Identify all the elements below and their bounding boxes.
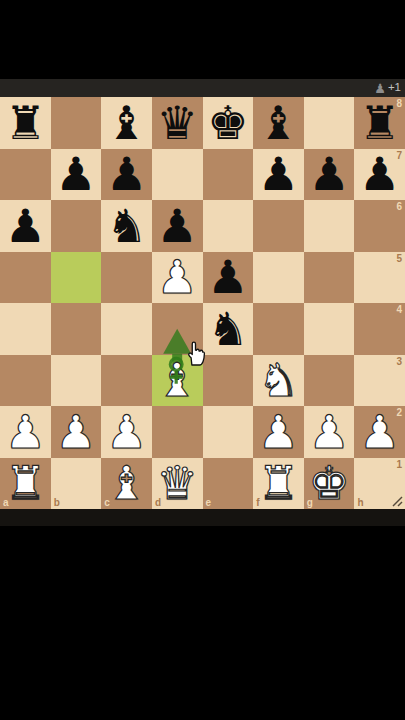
square-c8[interactable]: ♝ (101, 97, 152, 149)
square-b4[interactable] (51, 303, 102, 355)
square-d8[interactable]: ♛ (152, 97, 203, 149)
square-e2[interactable] (203, 406, 254, 458)
piece-black-bishop-f8[interactable]: ♝ (253, 97, 304, 149)
square-c6[interactable]: ♞ (101, 200, 152, 252)
piece-white-king-g1[interactable]: ♚ (304, 458, 355, 510)
piece-black-pawn-a6[interactable]: ♟ (0, 200, 51, 252)
square-g7[interactable]: ♟ (304, 149, 355, 201)
square-g1[interactable]: g♚ (304, 458, 355, 510)
square-f8[interactable]: ♝ (253, 97, 304, 149)
square-g8[interactable] (304, 97, 355, 149)
square-f7[interactable]: ♟ (253, 149, 304, 201)
piece-black-pawn-e5[interactable]: ♟ (203, 252, 254, 304)
square-e5[interactable]: ♟ (203, 252, 254, 304)
piece-white-rook-f1[interactable]: ♜ (253, 458, 304, 510)
pawn-icon: ♟ (374, 82, 386, 95)
square-g6[interactable] (304, 200, 355, 252)
square-d3[interactable]: ♝ (152, 355, 203, 407)
piece-black-pawn-g7[interactable]: ♟ (304, 149, 355, 201)
piece-white-bishop-d3[interactable]: ♝ (152, 355, 203, 407)
square-e7[interactable] (203, 149, 254, 201)
square-c4[interactable] (101, 303, 152, 355)
square-d5[interactable]: ♟ (152, 252, 203, 304)
board-resize-handle[interactable] (392, 496, 403, 507)
square-d7[interactable] (152, 149, 203, 201)
square-c2[interactable]: ♟ (101, 406, 152, 458)
square-a1[interactable]: a♜ (0, 458, 51, 510)
piece-white-queen-d1[interactable]: ♛ (152, 458, 203, 510)
square-e3[interactable] (203, 355, 254, 407)
piece-black-pawn-d6[interactable]: ♟ (152, 200, 203, 252)
piece-black-queen-d8[interactable]: ♛ (152, 97, 203, 149)
square-g5[interactable] (304, 252, 355, 304)
piece-black-rook-h8[interactable]: ♜ (354, 97, 405, 149)
square-h7[interactable]: 7♟ (354, 149, 405, 201)
square-c5[interactable] (101, 252, 152, 304)
square-f3[interactable]: ♞ (253, 355, 304, 407)
piece-white-knight-f3[interactable]: ♞ (253, 355, 304, 407)
square-e1[interactable]: e (203, 458, 254, 510)
square-a5[interactable] (0, 252, 51, 304)
square-h8[interactable]: 8♜ (354, 97, 405, 149)
square-b8[interactable] (51, 97, 102, 149)
square-g2[interactable]: ♟ (304, 406, 355, 458)
square-e4[interactable]: ♞ (203, 303, 254, 355)
square-f6[interactable] (253, 200, 304, 252)
file-label-h: h (357, 497, 363, 508)
square-f4[interactable] (253, 303, 304, 355)
piece-black-pawn-c7[interactable]: ♟ (101, 149, 152, 201)
rank-label-4: 4 (396, 304, 402, 315)
piece-black-pawn-b7[interactable]: ♟ (51, 149, 102, 201)
piece-black-king-e8[interactable]: ♚ (203, 97, 254, 149)
square-a3[interactable] (0, 355, 51, 407)
square-a7[interactable] (0, 149, 51, 201)
piece-black-pawn-f7[interactable]: ♟ (253, 149, 304, 201)
square-h3[interactable]: 3 (354, 355, 405, 407)
square-h6[interactable]: 6 (354, 200, 405, 252)
square-d6[interactable]: ♟ (152, 200, 203, 252)
piece-black-rook-a8[interactable]: ♜ (0, 97, 51, 149)
rank-label-1: 1 (396, 459, 402, 470)
square-h1[interactable]: 1h (354, 458, 405, 510)
square-f2[interactable]: ♟ (253, 406, 304, 458)
piece-white-pawn-a2[interactable]: ♟ (0, 406, 51, 458)
square-c3[interactable] (101, 355, 152, 407)
piece-black-knight-e4[interactable]: ♞ (203, 303, 254, 355)
square-f1[interactable]: f♜ (253, 458, 304, 510)
material-advantage: +1 (388, 82, 401, 94)
square-g4[interactable] (304, 303, 355, 355)
piece-white-pawn-f2[interactable]: ♟ (253, 406, 304, 458)
chess-board[interactable]: ♜♝♛♚♝8♜♟♟♟♟7♟♟♞♟6♟♟5♞4♝♞3♟♟♟♟♟2♟a♜bc♝d♛e… (0, 97, 405, 509)
piece-white-pawn-g2[interactable]: ♟ (304, 406, 355, 458)
piece-white-pawn-b2[interactable]: ♟ (51, 406, 102, 458)
rank-label-5: 5 (396, 253, 402, 264)
file-label-e: e (206, 497, 212, 508)
opponent-info-bar: ♟ +1 (0, 79, 405, 97)
piece-white-pawn-d5[interactable]: ♟ (152, 252, 203, 304)
square-c7[interactable]: ♟ (101, 149, 152, 201)
square-b1[interactable]: b (51, 458, 102, 510)
square-b5[interactable] (51, 252, 102, 304)
square-h2[interactable]: 2♟ (354, 406, 405, 458)
piece-white-pawn-h2[interactable]: ♟ (354, 406, 405, 458)
piece-black-pawn-h7[interactable]: ♟ (354, 149, 405, 201)
square-b6[interactable] (51, 200, 102, 252)
file-label-b: b (54, 497, 60, 508)
video-frame: { "game": { "name": "chess", "fen": "r1b… (0, 0, 405, 720)
piece-white-rook-a1[interactable]: ♜ (0, 458, 51, 510)
square-a2[interactable]: ♟ (0, 406, 51, 458)
square-d2[interactable] (152, 406, 203, 458)
square-e8[interactable]: ♚ (203, 97, 254, 149)
piece-black-knight-c6[interactable]: ♞ (101, 200, 152, 252)
player-info-bar (0, 509, 405, 526)
square-b7[interactable]: ♟ (51, 149, 102, 201)
square-a4[interactable] (0, 303, 51, 355)
square-h4[interactable]: 4 (354, 303, 405, 355)
square-a6[interactable]: ♟ (0, 200, 51, 252)
rank-label-3: 3 (396, 356, 402, 367)
square-a8[interactable]: ♜ (0, 97, 51, 149)
square-c1[interactable]: c♝ (101, 458, 152, 510)
rank-label-6: 6 (396, 201, 402, 212)
square-d1[interactable]: d♛ (152, 458, 203, 510)
piece-black-bishop-c8[interactable]: ♝ (101, 97, 152, 149)
square-b2[interactable]: ♟ (51, 406, 102, 458)
piece-white-pawn-c2[interactable]: ♟ (101, 406, 152, 458)
piece-white-bishop-c1[interactable]: ♝ (101, 458, 152, 510)
square-h5[interactable]: 5 (354, 252, 405, 304)
square-f5[interactable] (253, 252, 304, 304)
square-g3[interactable] (304, 355, 355, 407)
square-b3[interactable] (51, 355, 102, 407)
square-e6[interactable] (203, 200, 254, 252)
square-d4[interactable] (152, 303, 203, 355)
